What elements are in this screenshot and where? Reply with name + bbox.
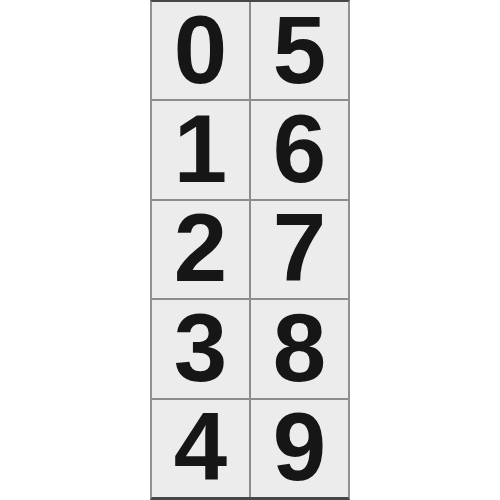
digit-cell-3: 3 [152, 300, 249, 397]
digit-cell-8: 8 [251, 300, 348, 397]
digit-cell-5: 5 [251, 2, 348, 99]
digit-glyph-1: 1 [174, 101, 227, 197]
digit-cell-6: 6 [251, 101, 348, 198]
digit-glyph-8: 8 [273, 300, 326, 396]
digit-cell-7: 7 [251, 201, 348, 298]
digit-glyph-4: 4 [174, 400, 227, 496]
digit-cell-1: 1 [152, 101, 249, 198]
digit-glyph-3: 3 [174, 300, 227, 396]
digit-glyph-5: 5 [273, 2, 326, 98]
number-sticker-sheet: 0 5 1 6 2 7 3 8 4 9 [150, 0, 350, 500]
digit-glyph-6: 6 [273, 101, 326, 197]
digit-glyph-2: 2 [174, 201, 227, 297]
digit-glyph-7: 7 [273, 201, 326, 297]
digit-glyph-9: 9 [273, 400, 326, 496]
digit-glyph-0: 0 [174, 2, 227, 98]
digit-cell-2: 2 [152, 201, 249, 298]
page-background: 0 5 1 6 2 7 3 8 4 9 [0, 0, 500, 500]
digit-cell-9: 9 [251, 400, 348, 497]
digit-cell-0: 0 [152, 2, 249, 99]
digit-cell-4: 4 [152, 400, 249, 497]
